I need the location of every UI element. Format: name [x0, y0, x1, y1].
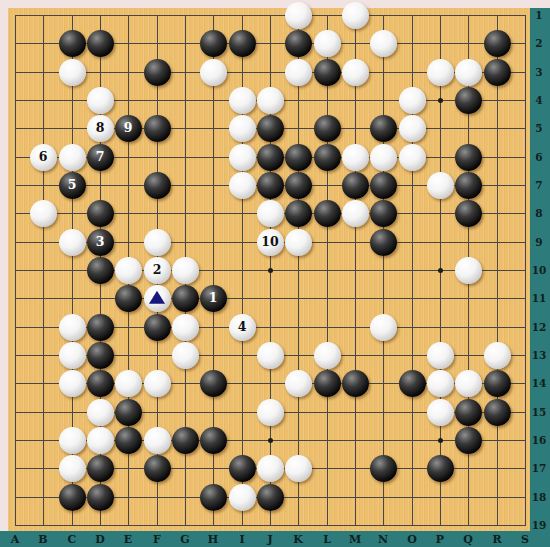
black-stone	[314, 59, 341, 86]
white-stone	[144, 285, 171, 312]
grid-line-vertical	[327, 15, 328, 526]
white-stone	[314, 30, 341, 57]
white-stone	[399, 87, 426, 114]
white-stone	[257, 399, 284, 426]
black-stone	[455, 144, 482, 171]
black-stone	[285, 200, 312, 227]
row-label: 18	[530, 491, 548, 503]
white-stone	[257, 342, 284, 369]
white-stone	[257, 200, 284, 227]
row-label: 11	[530, 292, 548, 304]
column-labels-strip: ABCDEFGHIJKLMNOPQRS	[0, 531, 550, 547]
black-stone	[285, 144, 312, 171]
move-number-label: 6	[30, 144, 57, 171]
row-label: 12	[530, 321, 548, 333]
black-stone	[59, 30, 86, 57]
white-stone	[370, 144, 397, 171]
star-point	[438, 268, 443, 273]
row-label: 19	[530, 519, 548, 531]
column-label: G	[180, 533, 189, 546]
column-label: E	[124, 533, 132, 546]
black-stone	[87, 200, 114, 227]
black-stone	[342, 172, 369, 199]
white-stone	[144, 229, 171, 256]
black-stone	[144, 115, 171, 142]
white-stone: 8	[87, 115, 114, 142]
row-label: 1	[530, 9, 548, 21]
black-stone	[370, 229, 397, 256]
white-stone	[172, 342, 199, 369]
black-stone	[229, 455, 256, 482]
move-number-label: 1	[200, 285, 227, 312]
black-stone	[257, 484, 284, 511]
black-stone	[455, 427, 482, 454]
row-label: 17	[530, 462, 548, 474]
black-stone	[314, 144, 341, 171]
black-stone	[257, 115, 284, 142]
white-stone	[87, 399, 114, 426]
white-stone	[115, 370, 142, 397]
white-stone	[285, 59, 312, 86]
white-stone: 4	[229, 314, 256, 341]
white-stone	[30, 200, 57, 227]
black-stone	[285, 172, 312, 199]
white-stone	[257, 455, 284, 482]
black-stone	[172, 285, 199, 312]
go-board[interactable]: 89675310214	[8, 8, 531, 531]
white-stone	[59, 314, 86, 341]
white-stone	[59, 370, 86, 397]
black-stone	[144, 172, 171, 199]
move-number-label: 4	[229, 314, 256, 341]
column-label: R	[492, 533, 501, 546]
white-stone	[427, 172, 454, 199]
column-label: P	[436, 533, 444, 546]
black-stone	[455, 87, 482, 114]
black-stone: 5	[59, 172, 86, 199]
grid-line-vertical	[355, 15, 356, 526]
black-stone	[484, 59, 511, 86]
black-stone	[87, 257, 114, 284]
star-point	[268, 268, 273, 273]
grid-line-horizontal	[15, 298, 526, 299]
black-stone	[484, 399, 511, 426]
black-stone	[115, 427, 142, 454]
row-label: 6	[530, 151, 548, 163]
grid-line-horizontal	[15, 525, 526, 526]
black-stone	[144, 314, 171, 341]
white-stone	[484, 342, 511, 369]
star-point	[268, 438, 273, 443]
column-label: H	[208, 533, 218, 546]
move-number-label: 2	[144, 257, 171, 284]
black-stone	[144, 455, 171, 482]
black-stone	[200, 370, 227, 397]
white-stone	[342, 59, 369, 86]
black-stone	[427, 455, 454, 482]
white-stone	[144, 427, 171, 454]
white-stone	[229, 115, 256, 142]
black-stone	[370, 455, 397, 482]
white-stone	[455, 370, 482, 397]
black-stone	[257, 144, 284, 171]
column-label: M	[349, 533, 361, 546]
black-stone	[399, 370, 426, 397]
white-stone	[87, 87, 114, 114]
column-label: I	[239, 533, 244, 546]
white-stone	[144, 370, 171, 397]
black-stone	[200, 484, 227, 511]
white-stone	[200, 59, 227, 86]
row-label: 10	[530, 264, 548, 276]
black-stone	[484, 30, 511, 57]
black-stone	[285, 30, 312, 57]
black-stone	[115, 285, 142, 312]
black-stone	[87, 342, 114, 369]
black-stone	[115, 399, 142, 426]
white-stone	[59, 59, 86, 86]
column-label: F	[153, 533, 161, 546]
white-stone	[427, 370, 454, 397]
white-stone	[455, 59, 482, 86]
black-stone	[455, 399, 482, 426]
black-stone	[257, 172, 284, 199]
black-stone	[370, 172, 397, 199]
move-number-label: 3	[87, 229, 114, 256]
grid-line-vertical	[383, 15, 384, 526]
grid-line-vertical	[497, 15, 498, 526]
white-stone	[229, 87, 256, 114]
black-stone	[200, 30, 227, 57]
row-label: 15	[530, 406, 548, 418]
black-stone: 7	[87, 144, 114, 171]
black-stone	[455, 172, 482, 199]
white-stone	[172, 314, 199, 341]
black-stone	[87, 484, 114, 511]
black-stone	[87, 455, 114, 482]
white-stone	[399, 144, 426, 171]
row-label: 2	[530, 37, 548, 49]
black-stone	[455, 200, 482, 227]
black-stone	[342, 370, 369, 397]
column-label: B	[38, 533, 47, 546]
black-stone: 3	[87, 229, 114, 256]
move-number-label: 8	[87, 115, 114, 142]
column-label: L	[323, 533, 331, 546]
black-stone: 1	[200, 285, 227, 312]
black-stone	[144, 59, 171, 86]
move-number-label: 7	[87, 144, 114, 171]
column-label: S	[521, 533, 529, 546]
black-stone	[370, 115, 397, 142]
triangle-marker	[149, 291, 165, 304]
black-stone: 9	[115, 115, 142, 142]
grid-line-vertical	[525, 15, 526, 526]
black-stone	[229, 30, 256, 57]
white-stone	[399, 115, 426, 142]
white-stone	[257, 87, 284, 114]
white-stone	[172, 257, 199, 284]
white-stone	[370, 314, 397, 341]
column-label: N	[378, 533, 388, 546]
white-stone: 6	[30, 144, 57, 171]
white-stone	[285, 2, 312, 29]
row-label: 9	[530, 236, 548, 248]
row-label: 5	[530, 122, 548, 134]
star-point	[438, 438, 443, 443]
move-number-label: 10	[257, 229, 284, 256]
row-label: 13	[530, 349, 548, 361]
white-stone	[229, 172, 256, 199]
black-stone	[484, 370, 511, 397]
row-label: 8	[530, 207, 548, 219]
white-stone	[59, 144, 86, 171]
white-stone	[87, 427, 114, 454]
column-label: Q	[463, 533, 473, 546]
white-stone	[370, 30, 397, 57]
column-label: J	[267, 533, 272, 546]
white-stone	[59, 342, 86, 369]
white-stone	[342, 200, 369, 227]
white-stone	[427, 59, 454, 86]
white-stone	[427, 399, 454, 426]
white-stone	[59, 229, 86, 256]
grid-line-vertical	[298, 15, 299, 526]
column-label: O	[407, 533, 417, 546]
black-stone	[59, 484, 86, 511]
white-stone	[59, 427, 86, 454]
white-stone	[455, 257, 482, 284]
row-label: 16	[530, 434, 548, 446]
star-point	[438, 98, 443, 103]
black-stone	[172, 427, 199, 454]
white-stone: 2	[144, 257, 171, 284]
row-labels-strip: 12345678910111213141516171819	[530, 8, 550, 547]
go-diagram-page: 89675310214 ABCDEFGHIJKLMNOPQRS 12345678…	[0, 0, 550, 547]
white-stone	[342, 144, 369, 171]
row-label: 7	[530, 179, 548, 191]
black-stone	[314, 200, 341, 227]
column-label: A	[11, 533, 20, 546]
column-label: K	[293, 533, 303, 546]
row-label: 14	[530, 377, 548, 389]
black-stone	[370, 200, 397, 227]
white-stone	[115, 257, 142, 284]
white-stone	[285, 455, 312, 482]
white-stone	[314, 342, 341, 369]
column-label: C	[68, 533, 77, 546]
white-stone	[427, 342, 454, 369]
white-stone	[59, 455, 86, 482]
black-stone	[314, 370, 341, 397]
white-stone	[285, 370, 312, 397]
white-stone	[229, 484, 256, 511]
black-stone	[200, 427, 227, 454]
black-stone	[314, 115, 341, 142]
row-label: 4	[530, 94, 548, 106]
black-stone	[87, 30, 114, 57]
column-label: D	[95, 533, 105, 546]
white-stone: 10	[257, 229, 284, 256]
black-stone	[87, 370, 114, 397]
white-stone	[229, 144, 256, 171]
move-number-label: 5	[59, 172, 86, 199]
row-label: 3	[530, 66, 548, 78]
move-number-label: 9	[115, 115, 142, 142]
white-stone	[285, 229, 312, 256]
black-stone	[87, 314, 114, 341]
white-stone	[342, 2, 369, 29]
